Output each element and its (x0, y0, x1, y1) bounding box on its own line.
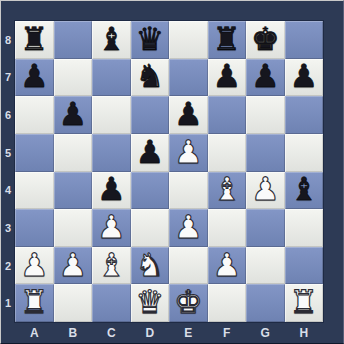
chess-board: ♜♝♛♜♚♟♞♟♟♟♟♟♟♟♟♝♟♝♟♟♟♟♝♞♟♜♛♚♜ (15, 21, 323, 322)
white-pawn-icon[interactable]: ♟ (212, 249, 241, 281)
square-a8[interactable]: ♜ (15, 21, 54, 59)
square-g7[interactable]: ♟ (246, 59, 285, 97)
square-g3[interactable] (246, 209, 285, 247)
square-c4[interactable]: ♟ (92, 172, 131, 210)
rank-label-2: 2 (1, 247, 15, 285)
square-d4[interactable] (131, 172, 170, 210)
black-pawn-icon[interactable]: ♟ (289, 60, 318, 92)
square-b2[interactable]: ♟ (54, 247, 93, 285)
black-rook-icon[interactable]: ♜ (20, 23, 49, 55)
black-pawn-icon[interactable]: ♟ (20, 60, 49, 92)
file-label-e: E (169, 322, 208, 343)
square-c1[interactable] (92, 284, 131, 322)
square-h3[interactable] (285, 209, 324, 247)
square-e2[interactable] (169, 247, 208, 285)
file-label-b: B (54, 322, 93, 343)
black-bishop-icon[interactable]: ♝ (97, 23, 126, 55)
square-c8[interactable]: ♝ (92, 21, 131, 59)
file-label-d: D (131, 322, 170, 343)
rank-label-5: 5 (1, 134, 15, 172)
square-h4[interactable]: ♝ (285, 172, 324, 210)
square-d7[interactable]: ♞ (131, 59, 170, 97)
square-a1[interactable]: ♜ (15, 284, 54, 322)
square-g2[interactable] (246, 247, 285, 285)
square-a7[interactable]: ♟ (15, 59, 54, 97)
file-label-f: F (208, 322, 247, 343)
black-rook-icon[interactable]: ♜ (212, 23, 241, 55)
white-pawn-icon[interactable]: ♟ (58, 249, 87, 281)
square-b4[interactable] (54, 172, 93, 210)
square-d2[interactable]: ♞ (131, 247, 170, 285)
square-a3[interactable] (15, 209, 54, 247)
square-h7[interactable]: ♟ (285, 59, 324, 97)
file-label-a: A (15, 322, 54, 343)
square-f1[interactable] (208, 284, 247, 322)
rank-label-4: 4 (1, 172, 15, 210)
square-c3[interactable]: ♟ (92, 209, 131, 247)
square-a2[interactable]: ♟ (15, 247, 54, 285)
black-pawn-icon[interactable]: ♟ (135, 136, 164, 168)
file-labels: ABCDEFGH (15, 322, 323, 343)
square-e1[interactable]: ♚ (169, 284, 208, 322)
black-knight-icon[interactable]: ♞ (135, 60, 164, 92)
square-h5[interactable] (285, 134, 324, 172)
square-e8[interactable] (169, 21, 208, 59)
square-g5[interactable] (246, 134, 285, 172)
square-c6[interactable] (92, 96, 131, 134)
white-rook-icon[interactable]: ♜ (289, 286, 318, 318)
black-pawn-icon[interactable]: ♟ (212, 60, 241, 92)
white-pawn-icon[interactable]: ♟ (251, 173, 280, 205)
square-a5[interactable] (15, 134, 54, 172)
white-king-icon[interactable]: ♚ (174, 286, 203, 318)
square-b1[interactable] (54, 284, 93, 322)
square-d8[interactable]: ♛ (131, 21, 170, 59)
square-f4[interactable]: ♝ (208, 172, 247, 210)
square-f6[interactable] (208, 96, 247, 134)
square-f2[interactable]: ♟ (208, 247, 247, 285)
square-c5[interactable] (92, 134, 131, 172)
white-pawn-icon[interactable]: ♟ (174, 211, 203, 243)
square-d5[interactable]: ♟ (131, 134, 170, 172)
white-queen-icon[interactable]: ♛ (135, 286, 164, 318)
rank-label-6: 6 (1, 96, 15, 134)
white-bishop-icon[interactable]: ♝ (97, 249, 126, 281)
square-f5[interactable] (208, 134, 247, 172)
square-a6[interactable] (15, 96, 54, 134)
white-pawn-icon[interactable]: ♟ (97, 211, 126, 243)
square-d1[interactable]: ♛ (131, 284, 170, 322)
white-pawn-icon[interactable]: ♟ (174, 136, 203, 168)
square-e7[interactable] (169, 59, 208, 97)
square-g4[interactable]: ♟ (246, 172, 285, 210)
rank-labels: 87654321 (1, 21, 15, 322)
black-bishop-icon[interactable]: ♝ (289, 173, 318, 205)
square-b5[interactable] (54, 134, 93, 172)
white-rook-icon[interactable]: ♜ (20, 286, 49, 318)
square-b3[interactable] (54, 209, 93, 247)
black-pawn-icon[interactable]: ♟ (97, 173, 126, 205)
square-f3[interactable] (208, 209, 247, 247)
file-label-c: C (92, 322, 131, 343)
square-d3[interactable] (131, 209, 170, 247)
square-e6[interactable]: ♟ (169, 96, 208, 134)
black-pawn-icon[interactable]: ♟ (251, 60, 280, 92)
square-g6[interactable] (246, 96, 285, 134)
chessboard-frame: 87654321 ♜♝♛♜♚♟♞♟♟♟♟♟♟♟♟♝♟♝♟♟♟♟♝♞♟♜♛♚♜ A… (0, 0, 344, 344)
square-d6[interactable] (131, 96, 170, 134)
black-pawn-icon[interactable]: ♟ (58, 98, 87, 130)
square-b8[interactable] (54, 21, 93, 59)
white-pawn-icon[interactable]: ♟ (20, 249, 49, 281)
square-c7[interactable] (92, 59, 131, 97)
file-label-g: G (246, 322, 285, 343)
black-king-icon[interactable]: ♚ (251, 23, 280, 55)
black-queen-icon[interactable]: ♛ (135, 23, 164, 55)
square-h6[interactable] (285, 96, 324, 134)
square-e5[interactable]: ♟ (169, 134, 208, 172)
square-h8[interactable] (285, 21, 324, 59)
square-b7[interactable] (54, 59, 93, 97)
rank-label-1: 1 (1, 284, 15, 322)
rank-label-8: 8 (1, 21, 15, 59)
square-f8[interactable]: ♜ (208, 21, 247, 59)
white-bishop-icon[interactable]: ♝ (212, 173, 241, 205)
square-g8[interactable]: ♚ (246, 21, 285, 59)
black-pawn-icon[interactable]: ♟ (174, 98, 203, 130)
square-a4[interactable] (15, 172, 54, 210)
square-h1[interactable]: ♜ (285, 284, 324, 322)
square-c2[interactable]: ♝ (92, 247, 131, 285)
square-h2[interactable] (285, 247, 324, 285)
square-g1[interactable] (246, 284, 285, 322)
square-f7[interactable]: ♟ (208, 59, 247, 97)
rank-label-7: 7 (1, 59, 15, 97)
file-label-h: H (285, 322, 324, 343)
square-b6[interactable]: ♟ (54, 96, 93, 134)
square-e4[interactable] (169, 172, 208, 210)
rank-label-3: 3 (1, 209, 15, 247)
white-knight-icon[interactable]: ♞ (135, 249, 164, 281)
square-e3[interactable]: ♟ (169, 209, 208, 247)
